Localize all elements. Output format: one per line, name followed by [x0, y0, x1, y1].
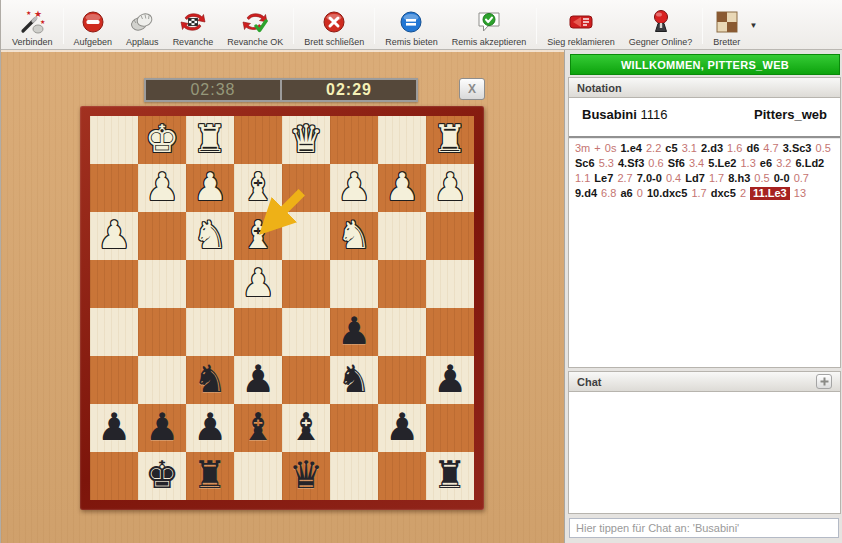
boards-label: Bretter [713, 37, 740, 47]
move-time: 2.7 [617, 172, 632, 184]
black-pawn-e6[interactable]: ♟ [234, 356, 282, 404]
board-frame: ♚♜♛♜♟♟♝♟♟♟♟♞♝♞♟♟♞♟♞♟♟♟♟♝♝♟♚♜♛♜ [80, 106, 484, 510]
white-rook-f1[interactable]: ♜ [186, 116, 234, 164]
square-a3[interactable] [426, 212, 474, 260]
square-b1[interactable] [378, 116, 426, 164]
connect-button[interactable]: ★ ★ ★ Verbinden [5, 3, 60, 49]
square-b5[interactable] [378, 308, 426, 356]
square-f1[interactable]: ♜ [186, 116, 234, 164]
claim-win-label: Sieg reklamieren [547, 37, 615, 47]
move[interactable]: 7.0-0 [637, 172, 662, 184]
boards-icon [714, 8, 740, 36]
square-a2[interactable]: ♟ [426, 164, 474, 212]
white-clock: 02:38 [146, 80, 282, 100]
black-bishop-e7[interactable]: ♝ [234, 404, 282, 452]
move-time: 5.3 [599, 157, 614, 169]
move[interactable]: c5 [665, 142, 677, 154]
square-h8[interactable] [90, 452, 138, 500]
opponent-online-icon [649, 8, 673, 36]
white-queen-d1[interactable]: ♛ [282, 116, 330, 164]
connect-label: Verbinden [12, 37, 53, 47]
square-e8[interactable] [234, 452, 282, 500]
square-b7[interactable]: ♟ [378, 404, 426, 452]
square-g6[interactable] [138, 356, 186, 404]
rematch-ok-button[interactable]: Revanche OK [220, 3, 290, 49]
square-e3[interactable]: ♝ [234, 212, 282, 260]
toolbar-separator [293, 8, 294, 44]
move[interactable]: 1.e4 [621, 142, 642, 154]
svg-text:★: ★ [40, 19, 45, 25]
move[interactable]: a6 [620, 187, 632, 199]
move[interactable]: 5.Le2 [708, 157, 736, 169]
chat-options-icon [820, 377, 829, 386]
square-c5[interactable]: ♟ [330, 308, 378, 356]
move-time: 0 [637, 187, 643, 199]
square-d5[interactable] [282, 308, 330, 356]
accept-draw-button[interactable]: Remis akzeptieren [445, 3, 534, 49]
move[interactable]: Ld7 [685, 172, 705, 184]
white-player-name: Busabini 1116 [582, 107, 668, 122]
square-c7[interactable] [330, 404, 378, 452]
square-f5[interactable] [186, 308, 234, 356]
square-e2[interactable]: ♝ [234, 164, 282, 212]
white-knight-c3[interactable]: ♞ [330, 212, 378, 260]
square-c4[interactable] [330, 260, 378, 308]
black-pawn-f7[interactable]: ♟ [186, 404, 234, 452]
magic-wand-icon: ★ ★ ★ [19, 8, 45, 36]
square-h1[interactable] [90, 116, 138, 164]
move[interactable]: 0-0 [774, 172, 790, 184]
chat-input[interactable] [569, 518, 839, 538]
square-b2[interactable]: ♟ [378, 164, 426, 212]
black-clock: 02:29 [282, 80, 416, 100]
move-time: 0.5 [754, 172, 769, 184]
square-e6[interactable]: ♟ [234, 356, 282, 404]
black-rook-f8[interactable]: ♜ [186, 452, 234, 500]
square-h7[interactable]: ♟ [90, 404, 138, 452]
svg-text:★: ★ [26, 10, 31, 16]
square-b8[interactable] [378, 452, 426, 500]
clock-bar: 02:38 02:29 [144, 78, 418, 102]
square-b6[interactable] [378, 356, 426, 404]
move-time: 0.4 [666, 172, 681, 184]
black-king-g8[interactable]: ♚ [138, 452, 186, 500]
boards-button[interactable]: Bretter [706, 3, 747, 49]
rematch-ok-label: Revanche OK [227, 37, 283, 47]
square-f8[interactable]: ♜ [186, 452, 234, 500]
white-knight-f3[interactable]: ♞ [186, 212, 234, 260]
chat-panel: Chat [568, 371, 841, 514]
rematch-button[interactable]: Revanche [166, 3, 221, 49]
notation-header: Notation [569, 78, 840, 98]
chat-options-button[interactable] [816, 374, 832, 389]
move-time: 1.6 [727, 142, 742, 154]
square-g4[interactable] [138, 260, 186, 308]
rematch-label: Revanche [173, 37, 214, 47]
move-time: 3.2 [776, 157, 791, 169]
move-time: 6.8 [601, 187, 616, 199]
white-rook-a1[interactable]: ♜ [426, 116, 474, 164]
move-time: 2.2 [646, 142, 661, 154]
square-a7[interactable] [426, 404, 474, 452]
clapping-hands-icon [129, 8, 155, 36]
chess-board: ♚♜♛♜♟♟♝♟♟♟♟♞♝♞♟♟♞♟♞♟♟♟♟♝♝♟♚♜♛♜ [90, 116, 474, 500]
move[interactable]: 10.dxc5 [647, 187, 687, 199]
square-g1[interactable]: ♚ [138, 116, 186, 164]
move-time: 2 [740, 187, 746, 199]
close-board-button[interactable]: Brett schließen [297, 3, 371, 49]
black-pawn-a6[interactable]: ♟ [426, 356, 474, 404]
move-time: 3m + 0s [575, 142, 616, 154]
move-time: 1.1 [575, 172, 590, 184]
move[interactable]: 3.Sc3 [783, 142, 812, 154]
white-pawn-a2[interactable]: ♟ [426, 164, 474, 212]
toolbar-separator [702, 8, 703, 44]
offer-draw-button[interactable]: Remis bieten [378, 3, 445, 49]
square-g7[interactable]: ♟ [138, 404, 186, 452]
move-time: 0.5 [816, 142, 831, 154]
move[interactable]: 9.d4 [575, 187, 597, 199]
square-f4[interactable] [186, 260, 234, 308]
move[interactable]: 8.h3 [728, 172, 750, 184]
square-a4[interactable] [426, 260, 474, 308]
black-rook-a8[interactable]: ♜ [426, 452, 474, 500]
opponent-online-button[interactable]: Gegner Online? [622, 3, 700, 49]
move[interactable]: 2.d3 [701, 142, 723, 154]
close-board-label: Brett schließen [304, 37, 364, 47]
resign-button[interactable]: Aufgeben [67, 3, 120, 49]
square-e7[interactable]: ♝ [234, 404, 282, 452]
square-d3[interactable] [282, 212, 330, 260]
chat-messages-area [569, 392, 840, 513]
black-pawn-c5[interactable]: ♟ [330, 308, 378, 356]
opponent-online-label: Gegner Online? [629, 37, 693, 47]
square-a8[interactable]: ♜ [426, 452, 474, 500]
white-pawn-b2[interactable]: ♟ [378, 164, 426, 212]
players-row: Busabini 1116 Pitters_web [569, 98, 840, 136]
white-pawn-e4[interactable]: ♟ [234, 260, 282, 308]
square-h4[interactable] [90, 260, 138, 308]
square-d8[interactable]: ♛ [282, 452, 330, 500]
square-g2[interactable]: ♟ [138, 164, 186, 212]
notation-panel: Notation Busabini 1116 Pitters_web 3m + … [568, 77, 841, 368]
move-time: 1.7 [709, 172, 724, 184]
square-h6[interactable] [90, 356, 138, 404]
draw-offer-icon [399, 8, 423, 36]
square-e5[interactable] [234, 308, 282, 356]
toolbar-separator [536, 8, 537, 44]
square-g5[interactable] [138, 308, 186, 356]
black-pawn-b7[interactable]: ♟ [378, 404, 426, 452]
move[interactable]: d6 [746, 142, 759, 154]
square-d7[interactable]: ♝ [282, 404, 330, 452]
applause-label: Applaus [126, 37, 159, 47]
toolbar-separator [63, 8, 64, 44]
close-board-icon [322, 8, 346, 36]
white-bishop-e2[interactable]: ♝ [234, 164, 282, 212]
square-e4[interactable]: ♟ [234, 260, 282, 308]
square-d1[interactable]: ♛ [282, 116, 330, 164]
resign-label: Aufgeben [74, 37, 113, 47]
move-time: 3.4 [689, 157, 704, 169]
svg-text:★: ★ [34, 9, 42, 19]
move[interactable]: dxc5 [711, 187, 736, 199]
claim-win-button[interactable]: Sieg reklamieren [540, 3, 622, 49]
square-h5[interactable] [90, 308, 138, 356]
close-board-x-button[interactable]: X [459, 78, 485, 100]
square-c6[interactable]: ♞ [330, 356, 378, 404]
white-pawn-g2[interactable]: ♟ [138, 164, 186, 212]
boards-dropdown-caret[interactable]: ▼ [749, 21, 757, 30]
move-time: 0.6 [648, 157, 663, 169]
accept-draw-label: Remis akzeptieren [452, 37, 527, 47]
move[interactable]: Sc6 [575, 157, 595, 169]
white-pawn-h3[interactable]: ♟ [90, 212, 138, 260]
move[interactable]: e6 [760, 157, 772, 169]
black-player-name: Pitters_web [754, 107, 827, 122]
square-c1[interactable] [330, 116, 378, 164]
move-time: 4.7 [763, 142, 778, 154]
black-queen-d8[interactable]: ♛ [282, 452, 330, 500]
move-time: 13 [794, 187, 806, 199]
square-f3[interactable]: ♞ [186, 212, 234, 260]
claim-win-icon [567, 8, 595, 36]
rematch-ok-icon [241, 8, 269, 36]
square-b4[interactable] [378, 260, 426, 308]
square-d6[interactable] [282, 356, 330, 404]
square-a6[interactable]: ♟ [426, 356, 474, 404]
square-h2[interactable] [90, 164, 138, 212]
white-king-g1[interactable]: ♚ [138, 116, 186, 164]
move-time: 3.1 [682, 142, 697, 154]
offer-draw-label: Remis bieten [385, 37, 438, 47]
square-f7[interactable]: ♟ [186, 404, 234, 452]
applause-button[interactable]: Applaus [119, 3, 166, 49]
board-background: 02:38 02:29 X ♚♜♛♜♟♟♝♟♟♟♟♞♝♞♟♟♞♟♞♟♟♟♟♝♝♟… [1, 50, 564, 543]
square-g8[interactable]: ♚ [138, 452, 186, 500]
square-c2[interactable]: ♟ [330, 164, 378, 212]
move-time: 0.7 [794, 172, 809, 184]
square-d2[interactable] [282, 164, 330, 212]
square-c8[interactable] [330, 452, 378, 500]
move[interactable]: 4.Sf3 [618, 157, 644, 169]
move-list: 3m + 0s 1.e4 2.2 c5 3.1 2.d3 1.6 d6 4.7 … [569, 136, 840, 201]
move[interactable]: Sf6 [668, 157, 685, 169]
rematch-arrows-icon [179, 8, 207, 36]
side-panel: WILLKOMMEN, PITTERS_WEB Notation Busabin… [564, 50, 842, 543]
square-c3[interactable]: ♞ [330, 212, 378, 260]
black-bishop-d7[interactable]: ♝ [282, 404, 330, 452]
chess-app-window: ★ ★ ★ Verbinden Aufgeben [0, 0, 842, 543]
resign-minus-icon [81, 8, 105, 36]
square-d4[interactable] [282, 260, 330, 308]
square-b3[interactable] [378, 212, 426, 260]
square-f6[interactable]: ♞ [186, 356, 234, 404]
white-player-rating: 1116 [641, 107, 668, 122]
black-pawn-g7[interactable]: ♟ [138, 404, 186, 452]
square-e1[interactable] [234, 116, 282, 164]
square-h3[interactable]: ♟ [90, 212, 138, 260]
toolbar-separator [374, 8, 375, 44]
welcome-banner: WILLKOMMEN, PITTERS_WEB [570, 54, 840, 75]
square-a5[interactable] [426, 308, 474, 356]
square-a1[interactable]: ♜ [426, 116, 474, 164]
black-pawn-h7[interactable]: ♟ [90, 404, 138, 452]
move[interactable]: 6.Ld2 [796, 157, 825, 169]
chat-title: Chat [577, 376, 601, 388]
white-pawn-f2[interactable]: ♟ [186, 164, 234, 212]
white-bishop-e3[interactable]: ♝ [234, 212, 282, 260]
chat-header: Chat [569, 372, 840, 392]
move[interactable]: Le7 [594, 172, 613, 184]
white-pawn-c2[interactable]: ♟ [330, 164, 378, 212]
toolbar: ★ ★ ★ Verbinden Aufgeben [1, 0, 842, 50]
draw-accept-icon [476, 8, 502, 36]
square-f2[interactable]: ♟ [186, 164, 234, 212]
current-move[interactable]: 11.Le3 [750, 187, 790, 200]
square-g3[interactable] [138, 212, 186, 260]
black-knight-c6[interactable]: ♞ [330, 356, 378, 404]
black-knight-f6[interactable]: ♞ [186, 356, 234, 404]
move-time: 1.3 [740, 157, 755, 169]
move-time: 1.7 [691, 187, 706, 199]
